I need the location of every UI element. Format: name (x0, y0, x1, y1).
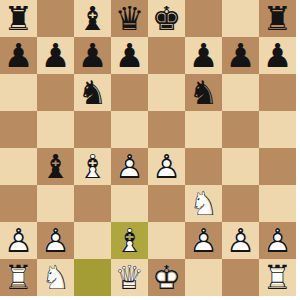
square-c3[interactable] (74, 185, 111, 222)
square-h5[interactable] (259, 111, 296, 148)
black-pawn[interactable]: ♟ (111, 37, 148, 74)
square-a6[interactable] (0, 74, 37, 111)
white-pawn[interactable]: ♟♙ (37, 222, 74, 259)
square-a8[interactable]: ♜ (0, 0, 37, 37)
square-b7[interactable]: ♟ (37, 37, 74, 74)
square-a3[interactable] (0, 185, 37, 222)
white-bishop[interactable]: ♝♗ (111, 222, 148, 259)
square-g7[interactable]: ♟ (222, 37, 259, 74)
square-g8[interactable] (222, 0, 259, 37)
square-g6[interactable] (222, 74, 259, 111)
black-pawn[interactable]: ♟ (222, 37, 259, 74)
white-knight[interactable]: ♞♘ (185, 185, 222, 222)
square-f4[interactable] (185, 148, 222, 185)
square-d1[interactable]: ♛♕ (111, 259, 148, 296)
white-piece-outline: ♖ (259, 259, 296, 296)
square-f2[interactable]: ♟♙ (185, 222, 222, 259)
white-piece-outline: ♗ (111, 222, 148, 259)
square-f6[interactable]: ♞ (185, 74, 222, 111)
square-b6[interactable] (37, 74, 74, 111)
square-g1[interactable] (222, 259, 259, 296)
white-piece-outline: ♗ (74, 148, 111, 185)
white-piece-outline: ♙ (37, 222, 74, 259)
square-f7[interactable]: ♟ (185, 37, 222, 74)
white-piece-outline: ♙ (222, 222, 259, 259)
white-knight[interactable]: ♞♘ (37, 259, 74, 296)
square-h1[interactable]: ♜♖ (259, 259, 296, 296)
white-pawn[interactable]: ♟♙ (222, 222, 259, 259)
square-h8[interactable]: ♜ (259, 0, 296, 37)
square-e1[interactable]: ♚♔ (148, 259, 185, 296)
white-pawn[interactable]: ♟♙ (0, 222, 37, 259)
square-d7[interactable]: ♟ (111, 37, 148, 74)
white-piece-outline: ♙ (0, 222, 37, 259)
square-c1[interactable] (74, 259, 111, 296)
white-pawn[interactable]: ♟♙ (111, 148, 148, 185)
square-c5[interactable] (74, 111, 111, 148)
white-piece-outline: ♙ (259, 222, 296, 259)
black-pawn[interactable]: ♟ (0, 37, 37, 74)
white-pawn[interactable]: ♟♙ (148, 148, 185, 185)
square-h3[interactable] (259, 185, 296, 222)
square-g4[interactable] (222, 148, 259, 185)
white-piece-outline: ♘ (185, 185, 222, 222)
square-b2[interactable]: ♟♙ (37, 222, 74, 259)
square-e3[interactable] (148, 185, 185, 222)
black-knight[interactable]: ♞ (74, 74, 111, 111)
white-piece-outline: ♔ (148, 259, 185, 296)
square-e5[interactable] (148, 111, 185, 148)
square-a7[interactable]: ♟ (0, 37, 37, 74)
black-bishop[interactable]: ♝ (74, 0, 111, 37)
white-piece-outline: ♙ (185, 222, 222, 259)
black-king[interactable]: ♚ (148, 0, 185, 37)
white-pawn[interactable]: ♟♙ (185, 222, 222, 259)
square-b5[interactable] (37, 111, 74, 148)
square-b8[interactable] (37, 0, 74, 37)
square-e6[interactable] (148, 74, 185, 111)
square-g5[interactable] (222, 111, 259, 148)
white-queen[interactable]: ♛♕ (111, 259, 148, 296)
square-e7[interactable] (148, 37, 185, 74)
square-c8[interactable]: ♝ (74, 0, 111, 37)
square-d2[interactable]: ♝♗ (111, 222, 148, 259)
square-b3[interactable] (37, 185, 74, 222)
black-pawn[interactable]: ♟ (37, 37, 74, 74)
black-rook[interactable]: ♜ (0, 0, 37, 37)
square-d4[interactable]: ♟♙ (111, 148, 148, 185)
square-f5[interactable] (185, 111, 222, 148)
black-pawn[interactable]: ♟ (259, 37, 296, 74)
square-f3[interactable]: ♞♘ (185, 185, 222, 222)
square-g2[interactable]: ♟♙ (222, 222, 259, 259)
square-h2[interactable]: ♟♙ (259, 222, 296, 259)
white-king[interactable]: ♚♔ (148, 259, 185, 296)
square-d6[interactable] (111, 74, 148, 111)
chess-board: ♜♝♛♚♜♟♟♟♟♟♟♟♞♞♝♝♗♟♙♟♙♞♘♟♙♟♙♝♗♟♙♟♙♟♙♜♖♞♘♛… (0, 0, 296, 296)
square-d8[interactable]: ♛ (111, 0, 148, 37)
square-e8[interactable]: ♚ (148, 0, 185, 37)
white-rook[interactable]: ♜♖ (259, 259, 296, 296)
square-h6[interactable] (259, 74, 296, 111)
square-c6[interactable]: ♞ (74, 74, 111, 111)
white-rook[interactable]: ♜♖ (0, 259, 37, 296)
square-h7[interactable]: ♟ (259, 37, 296, 74)
square-a4[interactable] (0, 148, 37, 185)
black-bishop[interactable]: ♝ (37, 148, 74, 185)
black-pawn[interactable]: ♟ (74, 37, 111, 74)
square-d3[interactable] (111, 185, 148, 222)
square-f8[interactable] (185, 0, 222, 37)
white-piece-outline: ♖ (0, 259, 37, 296)
chess-app: ♜♝♛♚♜♟♟♟♟♟♟♟♞♞♝♝♗♟♙♟♙♞♘♟♙♟♙♝♗♟♙♟♙♟♙♜♖♞♘♛… (0, 0, 300, 300)
square-b4[interactable]: ♝ (37, 148, 74, 185)
square-g3[interactable] (222, 185, 259, 222)
square-h4[interactable] (259, 148, 296, 185)
square-e4[interactable]: ♟♙ (148, 148, 185, 185)
white-piece-outline: ♕ (111, 259, 148, 296)
white-piece-outline: ♙ (148, 148, 185, 185)
white-pawn[interactable]: ♟♙ (259, 222, 296, 259)
black-knight[interactable]: ♞ (185, 74, 222, 111)
square-e2[interactable] (148, 222, 185, 259)
square-d5[interactable] (111, 111, 148, 148)
square-c4[interactable]: ♝♗ (74, 148, 111, 185)
white-piece-outline: ♙ (111, 148, 148, 185)
square-a1[interactable]: ♜♖ (0, 259, 37, 296)
black-rook[interactable]: ♜ (259, 0, 296, 37)
square-a5[interactable] (0, 111, 37, 148)
square-a2[interactable]: ♟♙ (0, 222, 37, 259)
square-f1[interactable] (185, 259, 222, 296)
square-c2[interactable] (74, 222, 111, 259)
black-queen[interactable]: ♛ (111, 0, 148, 37)
square-b1[interactable]: ♞♘ (37, 259, 74, 296)
white-bishop[interactable]: ♝♗ (74, 148, 111, 185)
white-piece-outline: ♘ (37, 259, 74, 296)
square-c7[interactable]: ♟ (74, 37, 111, 74)
black-pawn[interactable]: ♟ (185, 37, 222, 74)
